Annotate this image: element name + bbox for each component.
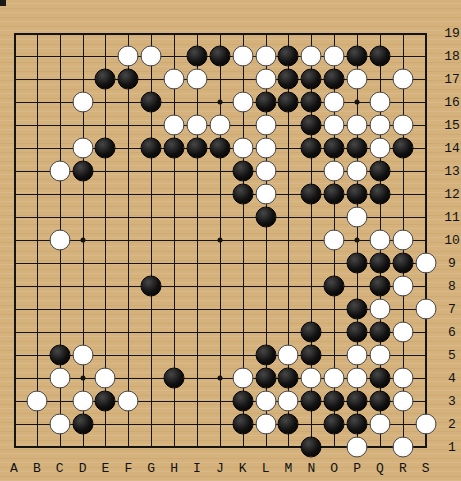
go-board-screenshot: ABCDEFGHIJKLMNOPQRS191817161514131211109…	[0, 0, 461, 481]
white-stone	[164, 115, 185, 136]
black-stone	[369, 322, 390, 343]
white-stone	[232, 46, 253, 67]
white-stone	[255, 115, 276, 136]
column-label-O: O	[330, 461, 338, 476]
row-label-15: 15	[444, 118, 460, 133]
black-stone	[278, 368, 299, 389]
column-label-M: M	[285, 461, 293, 476]
black-stone	[347, 253, 368, 274]
white-stone	[324, 46, 345, 67]
white-stone	[347, 115, 368, 136]
white-stone	[255, 184, 276, 205]
black-stone	[324, 413, 345, 434]
star-point	[217, 100, 222, 105]
black-stone	[301, 92, 322, 113]
black-stone	[324, 390, 345, 411]
black-stone	[95, 390, 116, 411]
white-stone	[72, 92, 93, 113]
black-stone	[255, 207, 276, 228]
column-label-D: D	[79, 461, 87, 476]
white-stone	[255, 46, 276, 67]
black-stone	[232, 161, 253, 182]
black-stone	[301, 322, 322, 343]
white-stone	[324, 161, 345, 182]
column-label-I: I	[193, 461, 201, 476]
black-stone	[209, 46, 230, 67]
white-stone	[49, 413, 70, 434]
white-stone	[278, 390, 299, 411]
black-stone	[347, 184, 368, 205]
black-stone	[347, 299, 368, 320]
column-label-S: S	[422, 461, 430, 476]
white-stone	[392, 276, 413, 297]
black-stone	[301, 345, 322, 366]
black-stone	[369, 390, 390, 411]
row-label-7: 7	[448, 302, 456, 317]
black-stone	[49, 345, 70, 366]
black-stone	[186, 138, 207, 159]
black-stone	[347, 390, 368, 411]
white-stone	[301, 46, 322, 67]
white-stone	[392, 436, 413, 457]
white-stone	[255, 138, 276, 159]
white-stone	[209, 115, 230, 136]
white-stone	[95, 368, 116, 389]
black-stone	[95, 69, 116, 90]
white-stone	[324, 230, 345, 251]
white-stone	[301, 368, 322, 389]
black-stone	[278, 92, 299, 113]
white-stone	[186, 69, 207, 90]
row-label-13: 13	[444, 164, 460, 179]
white-stone	[49, 368, 70, 389]
black-stone	[255, 368, 276, 389]
column-label-L: L	[262, 461, 270, 476]
black-stone	[278, 69, 299, 90]
white-stone	[415, 299, 436, 320]
column-label-J: J	[216, 461, 224, 476]
white-stone	[347, 345, 368, 366]
row-label-1: 1	[448, 439, 456, 454]
black-stone	[164, 368, 185, 389]
star-point	[217, 238, 222, 243]
black-stone	[301, 69, 322, 90]
white-stone	[324, 115, 345, 136]
white-stone	[392, 69, 413, 90]
black-stone	[392, 138, 413, 159]
row-label-3: 3	[448, 393, 456, 408]
column-label-R: R	[399, 461, 407, 476]
row-label-17: 17	[444, 72, 460, 87]
row-label-18: 18	[444, 49, 460, 64]
white-stone	[369, 138, 390, 159]
black-stone	[278, 413, 299, 434]
white-stone	[415, 413, 436, 434]
white-stone	[72, 138, 93, 159]
black-stone	[369, 46, 390, 67]
white-stone	[49, 161, 70, 182]
white-stone	[324, 92, 345, 113]
black-stone	[141, 92, 162, 113]
row-label-8: 8	[448, 279, 456, 294]
white-stone	[278, 345, 299, 366]
white-stone	[369, 299, 390, 320]
row-label-14: 14	[444, 141, 460, 156]
row-label-6: 6	[448, 325, 456, 340]
column-label-Q: Q	[376, 461, 384, 476]
white-stone	[49, 230, 70, 251]
white-stone	[415, 253, 436, 274]
black-stone	[369, 184, 390, 205]
white-stone	[255, 390, 276, 411]
white-stone	[232, 138, 253, 159]
white-stone	[369, 230, 390, 251]
white-stone	[26, 390, 47, 411]
row-label-5: 5	[448, 348, 456, 363]
black-stone	[141, 138, 162, 159]
white-stone	[72, 345, 93, 366]
white-stone	[347, 69, 368, 90]
black-stone	[301, 436, 322, 457]
column-label-G: G	[147, 461, 155, 476]
black-stone	[232, 390, 253, 411]
black-stone	[347, 138, 368, 159]
star-point	[80, 376, 85, 381]
black-stone	[118, 69, 139, 90]
row-label-10: 10	[444, 233, 460, 248]
black-stone	[324, 69, 345, 90]
black-stone	[369, 368, 390, 389]
white-stone	[392, 390, 413, 411]
black-stone	[95, 138, 116, 159]
black-stone	[232, 413, 253, 434]
column-label-P: P	[353, 461, 361, 476]
black-stone	[324, 184, 345, 205]
black-stone	[347, 322, 368, 343]
black-stone	[72, 161, 93, 182]
black-stone	[347, 46, 368, 67]
white-stone	[186, 115, 207, 136]
star-point	[355, 100, 360, 105]
black-stone	[255, 92, 276, 113]
row-label-19: 19	[444, 26, 460, 41]
black-stone	[324, 276, 345, 297]
white-stone	[255, 413, 276, 434]
white-stone	[118, 390, 139, 411]
star-point	[355, 238, 360, 243]
white-stone	[369, 345, 390, 366]
black-stone	[369, 253, 390, 274]
white-stone	[72, 390, 93, 411]
column-label-A: A	[10, 461, 18, 476]
white-stone	[392, 322, 413, 343]
column-label-B: B	[33, 461, 41, 476]
white-stone	[392, 368, 413, 389]
white-stone	[324, 368, 345, 389]
column-label-E: E	[102, 461, 110, 476]
black-stone	[186, 46, 207, 67]
white-stone	[347, 436, 368, 457]
row-label-12: 12	[444, 187, 460, 202]
black-stone	[301, 184, 322, 205]
black-stone	[72, 413, 93, 434]
row-label-11: 11	[444, 210, 460, 225]
black-stone	[164, 138, 185, 159]
white-stone	[118, 46, 139, 67]
black-stone	[278, 46, 299, 67]
row-label-9: 9	[448, 256, 456, 271]
black-stone	[369, 161, 390, 182]
black-stone	[347, 413, 368, 434]
white-stone	[392, 115, 413, 136]
column-label-F: F	[124, 461, 132, 476]
column-label-K: K	[239, 461, 247, 476]
black-stone	[324, 138, 345, 159]
row-label-4: 4	[448, 371, 456, 386]
black-stone	[301, 115, 322, 136]
row-label-2: 2	[448, 416, 456, 431]
white-stone	[369, 413, 390, 434]
white-stone	[164, 69, 185, 90]
black-stone	[301, 390, 322, 411]
black-stone	[392, 253, 413, 274]
column-label-N: N	[307, 461, 315, 476]
black-stone	[232, 184, 253, 205]
black-stone	[255, 345, 276, 366]
white-stone	[392, 230, 413, 251]
go-board[interactable]	[0, 0, 461, 461]
white-stone	[347, 161, 368, 182]
star-point	[217, 376, 222, 381]
white-stone	[369, 115, 390, 136]
white-stone	[255, 69, 276, 90]
star-point	[80, 238, 85, 243]
black-stone	[141, 276, 162, 297]
white-stone	[232, 92, 253, 113]
black-stone	[301, 138, 322, 159]
white-stone	[347, 368, 368, 389]
row-label-16: 16	[444, 95, 460, 110]
black-stone	[369, 276, 390, 297]
column-label-H: H	[170, 461, 178, 476]
column-label-C: C	[56, 461, 64, 476]
white-stone	[141, 46, 162, 67]
white-stone	[232, 368, 253, 389]
white-stone	[255, 161, 276, 182]
black-stone	[209, 138, 230, 159]
white-stone	[369, 92, 390, 113]
white-stone	[347, 207, 368, 228]
